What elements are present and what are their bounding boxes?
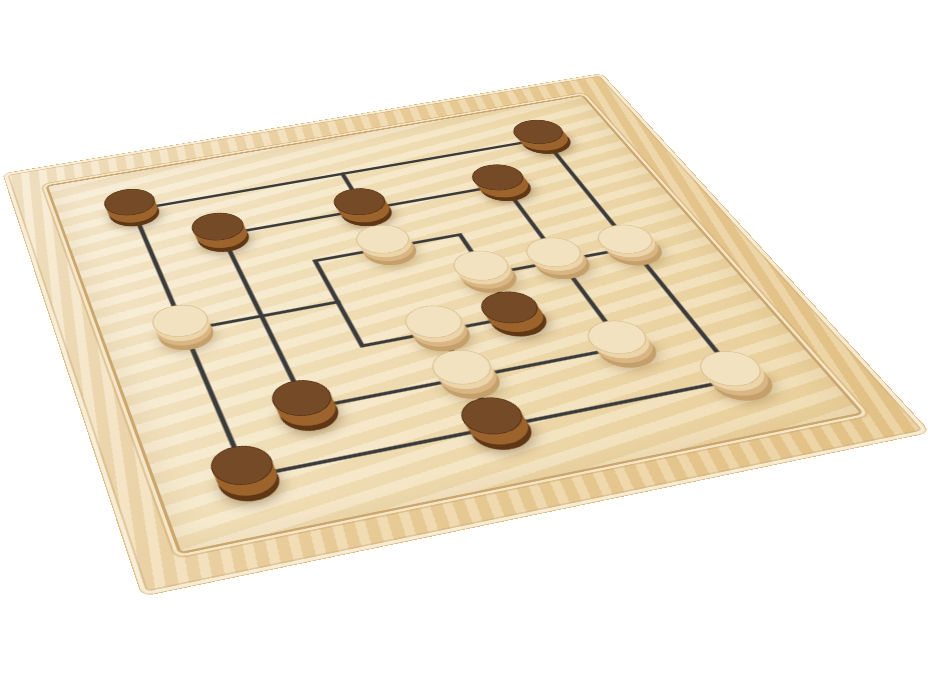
product-photo-stage: ●●●●●●●●●●●●●●●●●● (0, 0, 928, 686)
dark-piece[interactable]: ● (499, 110, 574, 148)
morris-board: ●●●●●●●●●●●●●●●●●● (2, 73, 928, 597)
